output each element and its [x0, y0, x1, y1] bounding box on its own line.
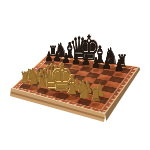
square-f1[interactable] — [65, 95, 80, 103]
border-dot — [115, 65, 117, 66]
square-g5[interactable] — [93, 79, 108, 86]
border-dot — [22, 90, 24, 91]
square-h2[interactable] — [93, 96, 110, 104]
border-dot — [129, 75, 132, 76]
board-grid — [19, 57, 131, 110]
square-d4[interactable] — [58, 77, 72, 83]
border-dot — [35, 68, 37, 69]
border-dot — [24, 78, 26, 79]
border-dot — [131, 67, 133, 68]
square-e7[interactable] — [79, 66, 93, 72]
square-b7[interactable] — [52, 62, 64, 67]
square-e6[interactable] — [75, 70, 89, 76]
chess-board — [12, 54, 139, 114]
square-b3[interactable] — [36, 77, 49, 83]
border-dot — [74, 59, 76, 60]
square-a8[interactable] — [47, 57, 59, 62]
border-dot — [93, 62, 95, 63]
border-dot — [107, 64, 109, 65]
square-h6[interactable] — [108, 76, 124, 83]
square-b6[interactable] — [48, 65, 61, 70]
border-dot — [22, 81, 24, 82]
square-f7[interactable] — [90, 68, 104, 74]
border-dot — [114, 95, 117, 96]
square-g6[interactable] — [97, 74, 112, 81]
square-d3[interactable] — [54, 81, 68, 88]
square-c6[interactable] — [57, 67, 70, 73]
square-a3[interactable] — [28, 75, 40, 81]
border-dot — [123, 66, 125, 67]
square-a5[interactable] — [36, 68, 48, 73]
border-dot — [86, 61, 88, 62]
border-dot — [90, 108, 93, 109]
square-c2[interactable] — [40, 83, 53, 90]
border-dot — [62, 57, 64, 58]
border-dot — [46, 96, 48, 97]
square-e1[interactable] — [55, 92, 70, 100]
square-g3[interactable] — [85, 88, 101, 96]
square-c1[interactable] — [36, 88, 50, 95]
square-b5[interactable] — [44, 69, 57, 75]
square-f6[interactable] — [86, 72, 101, 78]
border-dot — [131, 72, 133, 73]
border-dot — [51, 56, 53, 57]
border-dot — [100, 63, 102, 64]
border-dot — [119, 88, 122, 89]
square-e4[interactable] — [68, 79, 82, 86]
square-d7[interactable] — [70, 65, 83, 71]
square-f8[interactable] — [93, 64, 107, 70]
square-g1[interactable] — [76, 98, 92, 106]
square-e2[interactable] — [59, 88, 74, 95]
square-d5[interactable] — [62, 73, 76, 79]
square-c4[interactable] — [49, 75, 62, 81]
square-c5[interactable] — [53, 71, 66, 77]
square-g2[interactable] — [81, 93, 97, 101]
square-g8[interactable] — [104, 65, 119, 71]
border-dot — [53, 98, 55, 99]
border-dot — [49, 55, 51, 56]
border-dot — [82, 106, 85, 107]
square-f4[interactable] — [78, 81, 93, 88]
square-a1[interactable] — [19, 83, 32, 89]
square-h3[interactable] — [97, 91, 113, 99]
square-c8[interactable] — [64, 59, 77, 64]
border-dot — [30, 73, 32, 74]
border-dot — [27, 76, 29, 77]
border-dot — [15, 88, 17, 89]
border-dot — [98, 111, 101, 112]
border-dot — [134, 68, 136, 69]
square-e3[interactable] — [63, 83, 77, 90]
square-d1[interactable] — [45, 90, 59, 97]
square-b4[interactable] — [40, 73, 53, 79]
border-dot — [34, 93, 36, 94]
border-dot — [80, 60, 82, 61]
border-dot — [38, 66, 40, 67]
square-g7[interactable] — [100, 70, 115, 76]
square-c3[interactable] — [44, 79, 57, 85]
border-dot — [16, 86, 18, 87]
border-dot — [122, 85, 125, 86]
square-e5[interactable] — [72, 75, 86, 81]
square-f2[interactable] — [70, 90, 85, 98]
square-d6[interactable] — [66, 69, 80, 75]
square-a6[interactable] — [40, 64, 52, 69]
border-dot — [74, 104, 76, 105]
chess-set-photo: ♜♞♝♛♚♝♞♜♟♟♟♟♟♟♟♟♟♟♟♟♟♟♟♟♜♞♝♛♚♝♞♜ — [0, 0, 150, 150]
square-a2[interactable] — [23, 79, 35, 85]
border-dot — [40, 94, 42, 95]
border-dot — [17, 88, 19, 89]
square-h8[interactable] — [116, 67, 132, 73]
square-e8[interactable] — [83, 62, 97, 68]
border-dot — [19, 84, 21, 85]
border-dot — [103, 110, 106, 111]
border-dot — [56, 56, 58, 57]
square-h7[interactable] — [112, 72, 128, 79]
square-d2[interactable] — [49, 85, 63, 92]
border-dot — [67, 102, 69, 103]
square-b2[interactable] — [32, 81, 45, 87]
square-a4[interactable] — [32, 71, 44, 77]
square-h1[interactable] — [88, 101, 105, 110]
border-inlay-dots — [48, 54, 137, 67]
border-dot — [106, 106, 109, 107]
square-d8[interactable] — [73, 61, 86, 66]
border-dot — [48, 56, 50, 57]
border-dot — [28, 91, 30, 92]
border-dot — [126, 78, 129, 79]
border-dot — [111, 99, 114, 100]
border-dot — [59, 100, 61, 101]
border-dot — [124, 82, 127, 83]
border-dot — [68, 58, 70, 59]
border-dot — [40, 63, 42, 64]
square-f3[interactable] — [74, 86, 89, 93]
square-h5[interactable] — [105, 81, 121, 88]
border-dot — [33, 71, 35, 72]
square-g4[interactable] — [89, 83, 105, 90]
square-c7[interactable] — [60, 63, 73, 68]
border-dot — [109, 102, 112, 103]
square-b1[interactable] — [27, 85, 40, 92]
border-dot — [117, 92, 120, 93]
border-dot — [45, 59, 47, 60]
border-dot — [133, 69, 135, 70]
square-a7[interactable] — [43, 60, 55, 65]
border-dot — [43, 61, 45, 62]
square-h4[interactable] — [101, 86, 117, 94]
square-b8[interactable] — [55, 58, 67, 63]
square-f5[interactable] — [82, 76, 97, 83]
border-dot — [102, 112, 105, 113]
